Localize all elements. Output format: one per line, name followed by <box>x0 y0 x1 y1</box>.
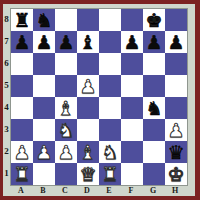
square-d3[interactable] <box>77 119 99 141</box>
rank-label-1: 1 <box>3 162 10 184</box>
square-c7[interactable]: ♟ <box>55 31 77 53</box>
square-f7[interactable]: ♟ <box>121 31 143 53</box>
square-b1[interactable] <box>33 163 55 185</box>
black-knight: ♞ <box>143 97 165 119</box>
square-f8[interactable] <box>121 9 143 31</box>
white-knight: ♞ <box>99 141 121 163</box>
black-king: ♚ <box>143 9 165 31</box>
square-a1[interactable]: ♜ <box>11 163 33 185</box>
square-a2[interactable]: ♟ <box>11 141 33 163</box>
white-pawn: ♟ <box>165 119 187 141</box>
rank-label-2: 2 <box>3 140 10 162</box>
square-d7[interactable]: ♝ <box>77 31 99 53</box>
square-c6[interactable] <box>55 53 77 75</box>
rank-label-3: 3 <box>3 118 10 140</box>
square-e7[interactable] <box>99 31 121 53</box>
square-d2[interactable]: ♝ <box>77 141 99 163</box>
square-b4[interactable] <box>33 97 55 119</box>
square-e8[interactable] <box>99 9 121 31</box>
file-label-h: H <box>164 186 186 195</box>
square-c4[interactable]: ♝ <box>55 97 77 119</box>
square-a7[interactable]: ♟ <box>11 31 33 53</box>
rank-label-5: 5 <box>3 74 10 96</box>
square-f1[interactable] <box>121 163 143 185</box>
square-d1[interactable]: ♛ <box>77 163 99 185</box>
chess-board: ♜♞♚♟♟♟♝♟♟♟♟♝♞♞♟♟♟♟♝♞♛♜♛♜♚ <box>10 8 188 186</box>
square-h3[interactable]: ♟ <box>165 119 187 141</box>
square-h7[interactable]: ♟ <box>165 31 187 53</box>
file-label-e: E <box>98 186 120 195</box>
white-bishop: ♝ <box>77 141 99 163</box>
square-f2[interactable] <box>121 141 143 163</box>
square-b7[interactable]: ♟ <box>33 31 55 53</box>
white-pawn: ♟ <box>55 141 77 163</box>
square-f6[interactable] <box>121 53 143 75</box>
rank-label-6: 6 <box>3 52 10 74</box>
black-pawn: ♟ <box>121 31 143 53</box>
white-rook: ♜ <box>99 163 121 185</box>
square-e5[interactable] <box>99 75 121 97</box>
square-d6[interactable] <box>77 53 99 75</box>
square-g4[interactable]: ♞ <box>143 97 165 119</box>
square-g5[interactable] <box>143 75 165 97</box>
square-h2[interactable]: ♛ <box>165 141 187 163</box>
white-king: ♚ <box>165 163 187 185</box>
square-g2[interactable] <box>143 141 165 163</box>
square-e4[interactable] <box>99 97 121 119</box>
white-queen: ♛ <box>77 163 99 185</box>
square-h5[interactable] <box>165 75 187 97</box>
white-pawn: ♟ <box>33 141 55 163</box>
rank-label-7: 7 <box>3 30 10 52</box>
square-d4[interactable] <box>77 97 99 119</box>
square-c5[interactable] <box>55 75 77 97</box>
black-rook: ♜ <box>11 9 33 31</box>
square-b5[interactable] <box>33 75 55 97</box>
file-label-g: G <box>142 186 164 195</box>
square-e6[interactable] <box>99 53 121 75</box>
square-h8[interactable] <box>165 9 187 31</box>
square-c1[interactable] <box>55 163 77 185</box>
rank-label-8: 8 <box>3 8 10 30</box>
file-label-f: F <box>120 186 142 195</box>
white-pawn: ♟ <box>11 141 33 163</box>
square-c3[interactable]: ♞ <box>55 119 77 141</box>
square-g8[interactable]: ♚ <box>143 9 165 31</box>
square-a4[interactable] <box>11 97 33 119</box>
black-pawn: ♟ <box>33 31 55 53</box>
square-a5[interactable] <box>11 75 33 97</box>
white-knight: ♞ <box>55 119 77 141</box>
rank-label-4: 4 <box>3 96 10 118</box>
square-b2[interactable]: ♟ <box>33 141 55 163</box>
black-pawn: ♟ <box>143 31 165 53</box>
black-pawn: ♟ <box>11 31 33 53</box>
square-h4[interactable] <box>165 97 187 119</box>
square-f3[interactable] <box>121 119 143 141</box>
black-pawn: ♟ <box>165 31 187 53</box>
square-g6[interactable] <box>143 53 165 75</box>
square-f4[interactable] <box>121 97 143 119</box>
square-d8[interactable] <box>77 9 99 31</box>
white-pawn: ♟ <box>77 75 99 97</box>
square-b3[interactable] <box>33 119 55 141</box>
black-bishop: ♝ <box>77 31 99 53</box>
square-h6[interactable] <box>165 53 187 75</box>
black-knight: ♞ <box>33 9 55 31</box>
white-bishop: ♝ <box>55 97 77 119</box>
chessboard-widget: ♜♞♚♟♟♟♝♟♟♟♟♝♞♞♟♟♟♟♝♞♛♜♛♜♚ 87654321 ABCDE… <box>0 0 200 200</box>
square-f5[interactable] <box>121 75 143 97</box>
square-a3[interactable] <box>11 119 33 141</box>
square-c8[interactable] <box>55 9 77 31</box>
black-pawn: ♟ <box>55 31 77 53</box>
square-d5[interactable]: ♟ <box>77 75 99 97</box>
square-c2[interactable]: ♟ <box>55 141 77 163</box>
square-g3[interactable] <box>143 119 165 141</box>
file-label-b: B <box>32 186 54 195</box>
square-g1[interactable] <box>143 163 165 185</box>
square-e2[interactable]: ♞ <box>99 141 121 163</box>
square-h1[interactable]: ♚ <box>165 163 187 185</box>
square-b6[interactable] <box>33 53 55 75</box>
file-label-d: D <box>76 186 98 195</box>
square-b8[interactable]: ♞ <box>33 9 55 31</box>
square-g7[interactable]: ♟ <box>143 31 165 53</box>
square-e3[interactable] <box>99 119 121 141</box>
square-a6[interactable] <box>11 53 33 75</box>
file-label-c: C <box>54 186 76 195</box>
square-e1[interactable]: ♜ <box>99 163 121 185</box>
black-queen: ♛ <box>165 141 187 163</box>
file-label-a: A <box>10 186 32 195</box>
board-margin: ♜♞♚♟♟♟♝♟♟♟♟♝♞♞♟♟♟♟♝♞♛♜♛♜♚ 87654321 ABCDE… <box>3 4 195 196</box>
white-rook: ♜ <box>11 163 33 185</box>
square-a8[interactable]: ♜ <box>11 9 33 31</box>
